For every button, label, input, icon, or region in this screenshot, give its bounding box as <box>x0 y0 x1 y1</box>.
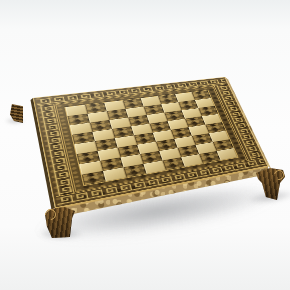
front-right-foot <box>256 167 286 201</box>
front-left-foot-scroll-icon <box>43 207 58 222</box>
front-left-foot <box>44 206 76 239</box>
product-photo-background <box>0 0 290 290</box>
chess-board <box>33 77 268 208</box>
back-left-foot-shadow <box>4 117 26 125</box>
front-left-foot-shadow <box>38 228 84 240</box>
front-right-foot-shadow <box>245 188 290 207</box>
front-right-foot-scroll-icon <box>272 168 286 182</box>
back-left-foot <box>10 104 23 123</box>
